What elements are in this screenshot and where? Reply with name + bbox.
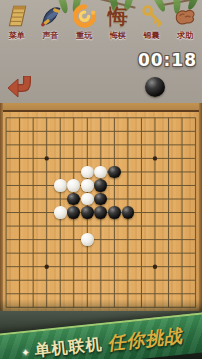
swirl-icon	[71, 2, 97, 30]
stones-layer	[0, 103, 202, 315]
key-icon	[139, 2, 165, 30]
toolbar-label: 重玩	[76, 31, 92, 40]
undo-button[interactable]: 悔 悔棋	[101, 2, 135, 40]
help-button[interactable]: 求助	[168, 2, 202, 40]
stone-black	[108, 166, 121, 179]
stone-black	[94, 179, 107, 192]
stone-white	[54, 179, 67, 192]
hand-icon	[172, 2, 198, 30]
back-arrow-icon	[7, 72, 33, 97]
tips-button[interactable]: 锦囊	[135, 2, 169, 40]
menu-button[interactable]: 菜单	[0, 2, 34, 40]
stone-white	[94, 166, 107, 179]
turn-indicator-stone	[145, 77, 165, 97]
scroll-icon	[4, 2, 30, 30]
sparkle-icon: ✦	[21, 346, 30, 358]
banner-text-left: 单机联机	[34, 334, 104, 359]
game-screen: 菜单 声音 重玩	[0, 0, 202, 359]
banner-text-right: 任你挑战	[106, 324, 184, 356]
replay-button[interactable]: 重玩	[67, 2, 101, 40]
stone-black	[67, 206, 80, 219]
stone-black	[81, 206, 94, 219]
back-button[interactable]	[7, 72, 33, 97]
toolbar-label: 求助	[177, 31, 193, 40]
toolbar: 菜单 声音 重玩	[0, 2, 202, 40]
stone-black	[122, 206, 135, 219]
toolbar-label: 菜单	[9, 31, 25, 40]
stone-white	[67, 179, 80, 192]
toolbar-label: 锦囊	[144, 31, 160, 40]
game-timer: 00:18	[138, 50, 197, 70]
stone-black	[94, 206, 107, 219]
stone-white	[54, 206, 67, 219]
promo-banner[interactable]: ✦ 单机联机 任你挑战	[0, 312, 202, 359]
hui-character-icon: 悔	[108, 2, 128, 30]
gomoku-board[interactable]	[0, 103, 202, 315]
stone-white	[81, 233, 94, 246]
board-left-edge	[0, 103, 3, 315]
stone-white	[81, 193, 94, 206]
bottom-background: ✦ 单机联机 任你挑战	[0, 311, 202, 359]
toolbar-label: 悔棋	[110, 31, 126, 40]
stone-black	[67, 193, 80, 206]
stone-black	[108, 206, 121, 219]
stone-white	[81, 179, 94, 192]
toolbar-label: 声音	[43, 31, 59, 40]
board-right-edge	[199, 103, 202, 315]
stone-white	[81, 166, 94, 179]
sound-button[interactable]: 声音	[34, 2, 68, 40]
stone-black	[94, 193, 107, 206]
horn-icon	[38, 2, 64, 30]
